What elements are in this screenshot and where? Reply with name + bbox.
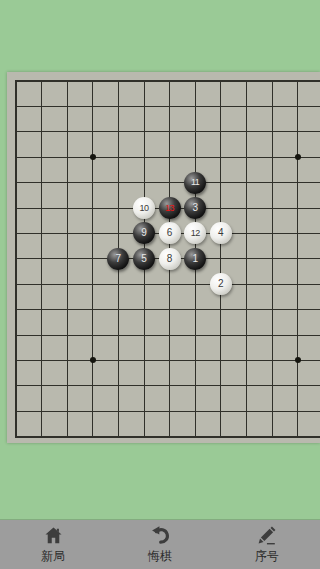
grid-vline bbox=[92, 80, 93, 438]
move-number: 10 bbox=[140, 204, 149, 213]
new-game-label: 新局 bbox=[41, 548, 65, 565]
stone-black: 3 bbox=[184, 197, 206, 219]
grid-hline bbox=[15, 106, 320, 107]
grid-hline bbox=[15, 182, 320, 183]
grid-vline bbox=[246, 80, 247, 438]
stone-white: 12 bbox=[184, 222, 206, 244]
stone-black: 11 bbox=[184, 172, 206, 194]
star-point bbox=[90, 154, 96, 160]
grid-vline bbox=[41, 80, 42, 438]
grid-hline bbox=[15, 157, 320, 158]
grid-hline bbox=[15, 309, 320, 310]
stone-white: 8 bbox=[159, 248, 181, 270]
stone-black: 9 bbox=[133, 222, 155, 244]
grid-hline bbox=[15, 436, 320, 438]
stone-black: 5 bbox=[133, 248, 155, 270]
undo-icon bbox=[150, 525, 171, 546]
sequence-number-button[interactable]: 序号 bbox=[213, 520, 320, 569]
move-number: 7 bbox=[116, 254, 122, 264]
undo-button[interactable]: 悔棋 bbox=[107, 520, 214, 569]
home-icon bbox=[43, 525, 64, 546]
pencil-icon bbox=[256, 525, 277, 546]
stone-white: 4 bbox=[210, 222, 232, 244]
stone-black: 13 bbox=[159, 197, 181, 219]
grid-hline bbox=[15, 131, 320, 132]
star-point bbox=[295, 357, 301, 363]
move-number: 1 bbox=[192, 254, 198, 264]
grid-hline bbox=[15, 80, 320, 82]
grid-vline bbox=[297, 80, 298, 438]
grid-hline bbox=[15, 335, 320, 336]
move-number: 11 bbox=[191, 178, 199, 187]
move-number: 2 bbox=[218, 279, 224, 289]
stone-black: 1 bbox=[184, 248, 206, 270]
move-number: 13 bbox=[165, 204, 174, 213]
toolbar: 新局 悔棋 序号 bbox=[0, 520, 320, 569]
move-number: 3 bbox=[192, 203, 198, 213]
grid-hline bbox=[15, 360, 320, 361]
sequence-number-label: 序号 bbox=[255, 548, 279, 565]
grid-hline bbox=[15, 411, 320, 412]
move-number: 8 bbox=[167, 254, 173, 264]
star-point bbox=[90, 357, 96, 363]
grid-vline bbox=[15, 80, 17, 438]
stone-black: 7 bbox=[107, 248, 129, 270]
app-screen: 12345678910111213 新局 悔棋 bbox=[0, 0, 320, 569]
new-game-button[interactable]: 新局 bbox=[0, 520, 107, 569]
move-number: 12 bbox=[191, 229, 200, 238]
stone-white: 10 bbox=[133, 197, 155, 219]
grid-hline bbox=[15, 385, 320, 386]
stone-white: 6 bbox=[159, 222, 181, 244]
move-number: 5 bbox=[141, 254, 147, 264]
grid-vline bbox=[220, 80, 221, 438]
move-number: 9 bbox=[141, 228, 147, 238]
grid-hline bbox=[15, 284, 320, 285]
stone-white: 2 bbox=[210, 273, 232, 295]
star-point bbox=[295, 154, 301, 160]
move-number: 4 bbox=[218, 228, 224, 238]
grid-vline bbox=[272, 80, 273, 438]
grid-vline bbox=[67, 80, 68, 438]
move-number: 6 bbox=[167, 228, 173, 238]
undo-label: 悔棋 bbox=[148, 548, 172, 565]
board[interactable]: 12345678910111213 bbox=[7, 72, 320, 443]
